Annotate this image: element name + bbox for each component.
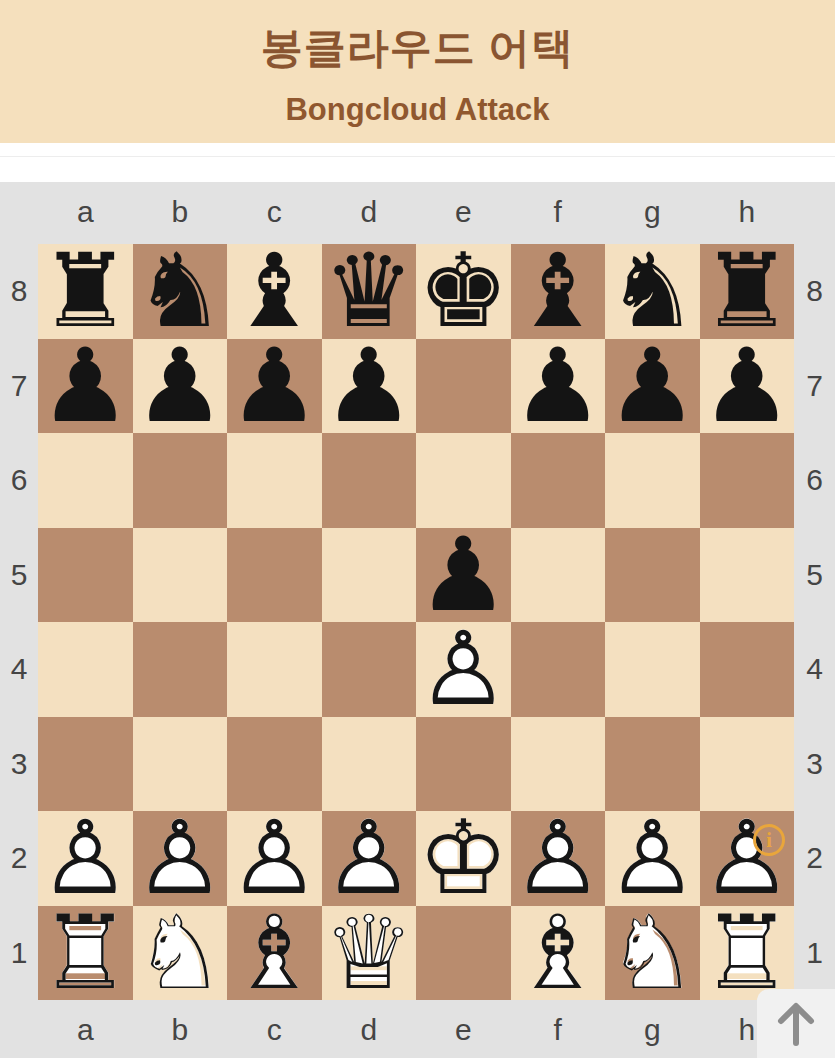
piece-glyph: ♟	[38, 339, 133, 434]
square-f6	[511, 433, 606, 528]
file-label-e: e	[416, 1010, 511, 1050]
square-a8: ♜	[38, 244, 133, 339]
file-label-b: b	[133, 192, 228, 232]
piece-outline-glyph: ♕	[322, 906, 417, 1001]
piece-outline-glyph: ♙	[605, 811, 700, 906]
rank-label-1: 1	[0, 906, 38, 1001]
piece-glyph: ♝	[511, 244, 606, 339]
file-label-f: f	[511, 192, 606, 232]
piece-white-pawn: ♟♙	[38, 811, 133, 906]
rank-labels-left: 87654321	[0, 244, 38, 1000]
square-f2: ♟♙	[511, 811, 606, 906]
square-h2: ♟♙i	[700, 811, 795, 906]
piece-black-pawn: ♟	[322, 339, 417, 434]
piece-black-pawn: ♟	[416, 528, 511, 623]
square-b2: ♟♙	[133, 811, 228, 906]
square-g8: ♞	[605, 244, 700, 339]
square-d7: ♟	[322, 339, 417, 434]
piece-glyph: ♟	[700, 339, 795, 434]
square-f8: ♝	[511, 244, 606, 339]
up-arrow-icon	[775, 1001, 817, 1047]
square-g4	[605, 622, 700, 717]
piece-white-knight: ♞♘	[133, 906, 228, 1001]
piece-black-rook: ♜	[700, 244, 795, 339]
piece-white-pawn: ♟♙	[605, 811, 700, 906]
square-b7: ♟	[133, 339, 228, 434]
square-f4	[511, 622, 606, 717]
piece-outline-glyph: ♗	[511, 906, 606, 1001]
square-f5	[511, 528, 606, 623]
rank-label-2: 2	[0, 811, 38, 906]
square-c6	[227, 433, 322, 528]
piece-outline-glyph: ♔	[416, 811, 511, 906]
piece-white-rook: ♜♖	[700, 906, 795, 1001]
rank-label-6: 6	[794, 433, 835, 528]
piece-outline-glyph: ♖	[700, 906, 795, 1001]
square-c2: ♟♙	[227, 811, 322, 906]
piece-white-pawn: ♟♙	[322, 811, 417, 906]
scroll-to-top-button[interactable]	[757, 989, 835, 1058]
page-title: 봉클라우드 어택	[0, 0, 835, 76]
info-icon[interactable]: i	[753, 824, 785, 856]
square-a4	[38, 622, 133, 717]
piece-outline-glyph: ♗	[227, 906, 322, 1001]
piece-black-pawn: ♟	[511, 339, 606, 434]
square-e8: ♚	[416, 244, 511, 339]
square-e6	[416, 433, 511, 528]
piece-black-bishop: ♝	[511, 244, 606, 339]
square-e7	[416, 339, 511, 434]
square-a1: ♜♖	[38, 906, 133, 1001]
file-label-g: g	[605, 1010, 700, 1050]
square-d5	[322, 528, 417, 623]
square-h8: ♜	[700, 244, 795, 339]
square-c3	[227, 717, 322, 812]
header: 봉클라우드 어택 Bongcloud Attack	[0, 0, 835, 143]
piece-white-pawn: ♟♙	[700, 811, 795, 906]
page: 봉클라우드 어택 Bongcloud Attack abcdefgh 87654…	[0, 0, 835, 1058]
square-c4	[227, 622, 322, 717]
rank-label-7: 7	[794, 339, 835, 434]
square-a6	[38, 433, 133, 528]
piece-glyph: ♛	[322, 244, 417, 339]
square-a3	[38, 717, 133, 812]
rank-label-6: 6	[0, 433, 38, 528]
piece-outline-glyph: ♙	[38, 811, 133, 906]
piece-black-pawn: ♟	[38, 339, 133, 434]
square-b5	[133, 528, 228, 623]
rank-label-8: 8	[794, 244, 835, 339]
piece-black-queen: ♛	[322, 244, 417, 339]
piece-glyph: ♟	[605, 339, 700, 434]
rank-label-8: 8	[0, 244, 38, 339]
file-label-a: a	[38, 192, 133, 232]
square-d8: ♛	[322, 244, 417, 339]
piece-black-king: ♚	[416, 244, 511, 339]
square-g1: ♞♘	[605, 906, 700, 1001]
file-label-a: a	[38, 1010, 133, 1050]
file-label-e: e	[416, 192, 511, 232]
piece-glyph: ♟	[416, 528, 511, 623]
square-h1: ♜♖	[700, 906, 795, 1001]
piece-outline-glyph: ♘	[133, 906, 228, 1001]
rank-label-3: 3	[0, 717, 38, 812]
square-e3	[416, 717, 511, 812]
piece-outline-glyph: ♙	[511, 811, 606, 906]
file-label-d: d	[322, 1010, 417, 1050]
piece-white-pawn: ♟♙	[133, 811, 228, 906]
piece-white-rook: ♜♖	[38, 906, 133, 1001]
piece-black-pawn: ♟	[700, 339, 795, 434]
square-e4: ♟♙	[416, 622, 511, 717]
square-a7: ♟	[38, 339, 133, 434]
piece-white-king: ♚♔	[416, 811, 511, 906]
piece-glyph: ♞	[605, 244, 700, 339]
rank-label-7: 7	[0, 339, 38, 434]
piece-white-knight: ♞♘	[605, 906, 700, 1001]
rank-label-1: 1	[794, 906, 835, 1001]
piece-white-bishop: ♝♗	[511, 906, 606, 1001]
square-f1: ♝♗	[511, 906, 606, 1001]
square-b1: ♞♘	[133, 906, 228, 1001]
square-a2: ♟♙	[38, 811, 133, 906]
piece-black-knight: ♞	[133, 244, 228, 339]
square-f7: ♟	[511, 339, 606, 434]
square-g2: ♟♙	[605, 811, 700, 906]
square-g5	[605, 528, 700, 623]
page-subtitle: Bongcloud Attack	[0, 76, 835, 128]
file-label-b: b	[133, 1010, 228, 1050]
file-labels-top: abcdefgh	[38, 192, 794, 232]
square-e1	[416, 906, 511, 1001]
square-c5	[227, 528, 322, 623]
file-label-c: c	[227, 1010, 322, 1050]
rank-label-4: 4	[0, 622, 38, 717]
square-b3	[133, 717, 228, 812]
piece-outline-glyph: ♙	[416, 622, 511, 717]
piece-outline-glyph: ♘	[605, 906, 700, 1001]
piece-glyph: ♜	[38, 244, 133, 339]
divider-strip	[0, 143, 835, 182]
square-f3	[511, 717, 606, 812]
piece-glyph: ♟	[511, 339, 606, 434]
square-h3	[700, 717, 795, 812]
file-label-f: f	[511, 1010, 606, 1050]
square-h7: ♟	[700, 339, 795, 434]
square-d3	[322, 717, 417, 812]
piece-outline-glyph: ♙	[227, 811, 322, 906]
rank-label-4: 4	[794, 622, 835, 717]
square-c8: ♝	[227, 244, 322, 339]
piece-black-knight: ♞	[605, 244, 700, 339]
piece-white-bishop: ♝♗	[227, 906, 322, 1001]
piece-outline-glyph: ♙	[700, 811, 795, 906]
file-label-d: d	[322, 192, 417, 232]
piece-glyph: ♟	[322, 339, 417, 434]
piece-black-pawn: ♟	[227, 339, 322, 434]
square-g3	[605, 717, 700, 812]
rank-label-5: 5	[0, 528, 38, 623]
piece-glyph: ♟	[227, 339, 322, 434]
square-h6	[700, 433, 795, 528]
piece-black-pawn: ♟	[605, 339, 700, 434]
piece-outline-glyph: ♙	[133, 811, 228, 906]
square-g7: ♟	[605, 339, 700, 434]
piece-glyph: ♜	[700, 244, 795, 339]
square-b6	[133, 433, 228, 528]
square-h5	[700, 528, 795, 623]
piece-white-pawn: ♟♙	[227, 811, 322, 906]
rank-label-3: 3	[794, 717, 835, 812]
piece-white-pawn: ♟♙	[416, 622, 511, 717]
piece-black-bishop: ♝	[227, 244, 322, 339]
square-c7: ♟	[227, 339, 322, 434]
square-e5: ♟	[416, 528, 511, 623]
square-d2: ♟♙	[322, 811, 417, 906]
piece-glyph: ♞	[133, 244, 228, 339]
square-c1: ♝♗	[227, 906, 322, 1001]
piece-black-rook: ♜	[38, 244, 133, 339]
piece-outline-glyph: ♙	[322, 811, 417, 906]
square-g6	[605, 433, 700, 528]
square-h4	[700, 622, 795, 717]
rank-labels-right: 87654321	[794, 244, 835, 1000]
piece-white-queen: ♛♕	[322, 906, 417, 1001]
piece-black-pawn: ♟	[133, 339, 228, 434]
square-a5	[38, 528, 133, 623]
file-labels-bottom: abcdefgh	[38, 1010, 794, 1050]
chess-board: ♜♞♝♛♚♝♞♜♟♟♟♟♟♟♟♟♟♙♟♙♟♙♟♙♟♙♚♔♟♙♟♙♟♙i♜♖♞♘♝…	[38, 244, 794, 1000]
file-label-h: h	[700, 192, 795, 232]
board-area: abcdefgh 87654321 ♜♞♝♛♚♝♞♜♟♟♟♟♟♟♟♟♟♙♟♙♟♙…	[0, 182, 835, 1058]
square-b4	[133, 622, 228, 717]
piece-glyph: ♚	[416, 244, 511, 339]
square-e2: ♚♔	[416, 811, 511, 906]
square-d6	[322, 433, 417, 528]
piece-glyph: ♝	[227, 244, 322, 339]
square-d4	[322, 622, 417, 717]
piece-glyph: ♟	[133, 339, 228, 434]
file-label-c: c	[227, 192, 322, 232]
rank-label-2: 2	[794, 811, 835, 906]
square-b8: ♞	[133, 244, 228, 339]
piece-outline-glyph: ♖	[38, 906, 133, 1001]
rank-label-5: 5	[794, 528, 835, 623]
file-label-g: g	[605, 192, 700, 232]
piece-white-pawn: ♟♙	[511, 811, 606, 906]
square-d1: ♛♕	[322, 906, 417, 1001]
